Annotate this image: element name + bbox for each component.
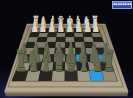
piece-black-pawn-b7[interactable]: ♟: [40, 17, 47, 35]
piece-black-pawn-e7[interactable]: ♟: [66, 17, 73, 35]
piece-white-knight-g1[interactable]: ♞: [91, 48, 103, 78]
watermark-badge: ▪▪▪▪▪▪▪▪: [112, 1, 132, 9]
piece-white-queen-d1[interactable]: ♛: [53, 48, 65, 78]
piece-black-pawn-f7[interactable]: ♟: [75, 17, 82, 35]
piece-black-pawn-c7[interactable]: ♟: [49, 17, 56, 35]
piece-white-bishop-c1[interactable]: ♝: [40, 48, 52, 78]
piece-white-bishop-f1[interactable]: ♝: [78, 48, 90, 78]
piece-black-pawn-h7[interactable]: ♟: [93, 17, 100, 35]
piece-black-pawn-g7[interactable]: ♟: [84, 17, 91, 35]
piece-black-pawn-d7[interactable]: ♟: [57, 17, 64, 35]
piece-white-rook-a1[interactable]: ♜: [15, 48, 27, 78]
piece-white-knight-b1[interactable]: ♞: [27, 48, 39, 78]
game-screen: ♜♞♝♛♚♝♞♜♟♟♟♟♟♟♟♟♟♟♟♟♟♟♟♟♜♞♝♛♚♝♞♜ ▪▪▪▪▪▪▪…: [0, 0, 133, 98]
piece-white-rook-h1[interactable]: ♜: [103, 48, 115, 78]
piece-black-pawn-a7[interactable]: ♟: [31, 17, 38, 35]
piece-white-king-e1[interactable]: ♚: [65, 48, 77, 78]
